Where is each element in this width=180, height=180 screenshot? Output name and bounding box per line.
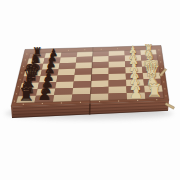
near-shading: [16, 50, 164, 104]
chess-board: [0, 0, 180, 180]
chess-set-photo: ♜♞♝♛♚♝♞♜♟♟♟♟♟♟♟♟♟♟♟♟♟♟♟♟♜♞♝♛♚♝♞♜: [0, 0, 180, 180]
